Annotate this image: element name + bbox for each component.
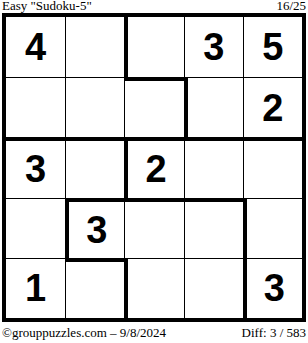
given-digit: 3: [203, 28, 224, 66]
cell-r5c1: 1: [6, 258, 65, 318]
cell-r1c3[interactable]: [124, 17, 183, 77]
cell-r1c2[interactable]: [65, 17, 124, 77]
cell-r2c1[interactable]: [6, 77, 65, 137]
cell-r1c1: 4: [6, 17, 65, 77]
cell-r1c5: 5: [243, 17, 302, 77]
cell-r2c2[interactable]: [65, 77, 124, 137]
cell-r3c1: 3: [6, 137, 65, 197]
cell-r3c3: 2: [124, 137, 183, 197]
given-digit: 2: [262, 89, 283, 127]
cell-r3c5[interactable]: [243, 137, 302, 197]
given-digit: 2: [145, 150, 166, 188]
cell-r1c4: 3: [184, 17, 243, 77]
given-digit: 1: [25, 269, 46, 307]
remaining-counter: 16/25: [276, 0, 306, 12]
given-digit: 3: [86, 211, 107, 249]
copyright-text: ©grouppuzzles.com – 9/8/2024: [2, 326, 166, 340]
cell-r4c4[interactable]: [184, 198, 243, 258]
cell-r3c4[interactable]: [184, 137, 243, 197]
cell-r2c4[interactable]: [184, 77, 243, 137]
given-digit: 3: [264, 269, 285, 307]
puzzle-title: Easy "Sudoku-5": [2, 0, 92, 12]
cell-r3c2[interactable]: [65, 137, 124, 197]
cell-r4c2: 3: [65, 198, 124, 258]
cell-r5c4[interactable]: [184, 258, 243, 318]
cell-r2c5: 2: [243, 77, 302, 137]
cell-r5c2[interactable]: [65, 258, 124, 318]
given-digit: 3: [25, 150, 46, 188]
cell-r4c1[interactable]: [6, 198, 65, 258]
header: Easy "Sudoku-5" 16/25: [2, 0, 306, 12]
cell-r5c3[interactable]: [124, 258, 183, 318]
footer: ©grouppuzzles.com – 9/8/2024 Diff: 3 / 5…: [2, 326, 306, 340]
cell-r4c5[interactable]: [243, 198, 302, 258]
cell-r5c5: 3: [243, 258, 302, 318]
sudoku-board: 435232313: [2, 13, 306, 322]
cell-r2c3[interactable]: [124, 77, 183, 137]
cell-r4c3[interactable]: [124, 198, 183, 258]
difficulty-text: Diff: 3 / 583: [242, 326, 306, 340]
given-digit: 4: [25, 28, 46, 66]
given-digit: 5: [262, 28, 283, 66]
